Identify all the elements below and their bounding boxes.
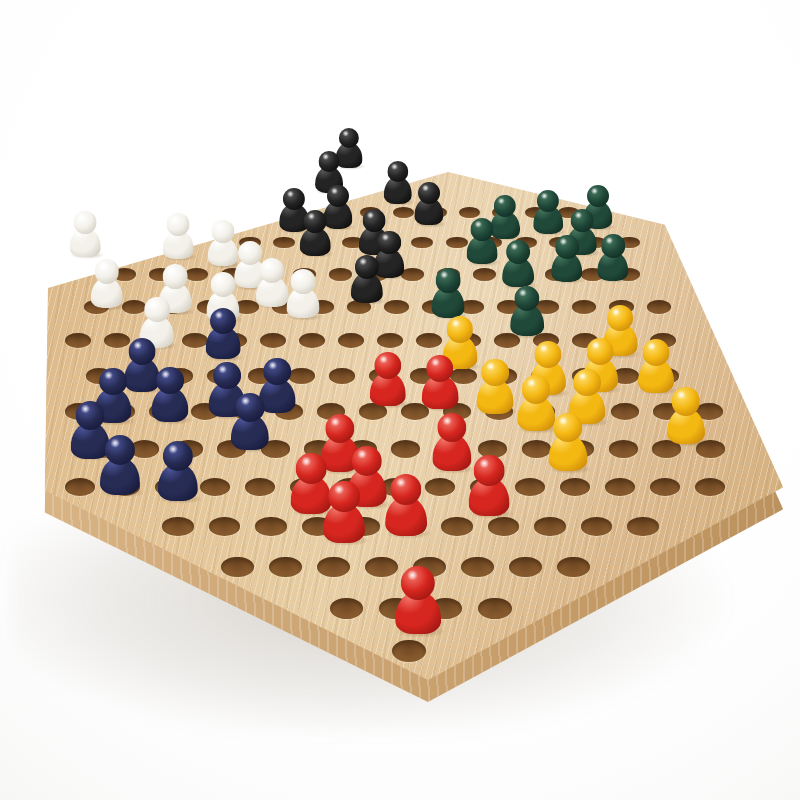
board-hole[interactable] xyxy=(329,268,352,281)
peg-head xyxy=(474,455,505,486)
board-hole[interactable] xyxy=(393,207,414,218)
peg-head xyxy=(291,269,316,294)
peg-head xyxy=(436,268,461,293)
peg-green[interactable] xyxy=(597,234,630,281)
board-hole[interactable] xyxy=(391,440,420,458)
board-hole[interactable] xyxy=(365,557,398,578)
board-hole[interactable] xyxy=(534,517,565,537)
peg-head xyxy=(296,453,327,484)
peg-green[interactable] xyxy=(466,218,498,264)
peg-green[interactable] xyxy=(551,235,584,282)
peg-black[interactable] xyxy=(383,161,413,203)
peg-head xyxy=(74,211,97,234)
board-hole[interactable] xyxy=(572,300,596,314)
peg-head xyxy=(643,339,670,366)
peg-red[interactable] xyxy=(369,352,407,407)
board-hole[interactable] xyxy=(522,440,551,458)
peg-navy[interactable] xyxy=(205,308,241,360)
peg-head xyxy=(587,338,614,365)
peg-navy[interactable] xyxy=(157,441,199,501)
peg-red[interactable] xyxy=(384,474,428,536)
board-hole[interactable] xyxy=(384,300,408,314)
peg-head xyxy=(363,209,386,232)
board-hole[interactable] xyxy=(609,440,638,458)
peg-head xyxy=(601,234,625,258)
peg-white[interactable] xyxy=(255,258,289,307)
peg-red[interactable] xyxy=(394,566,442,634)
board-hole[interactable] xyxy=(611,403,639,420)
peg-red[interactable] xyxy=(468,455,511,516)
peg-head xyxy=(506,240,530,264)
board-hole[interactable] xyxy=(329,368,356,384)
board-hole[interactable] xyxy=(478,598,512,619)
peg-navy[interactable] xyxy=(230,393,270,450)
board-hole[interactable] xyxy=(441,517,472,537)
peg-head xyxy=(672,387,701,416)
peg-green[interactable] xyxy=(533,190,564,234)
peg-navy[interactable] xyxy=(99,435,141,495)
peg-head xyxy=(304,210,327,233)
peg-head xyxy=(167,213,190,236)
peg-yellow[interactable] xyxy=(666,387,706,444)
peg-black[interactable] xyxy=(299,210,331,256)
peg-head xyxy=(210,308,236,334)
board-hole[interactable] xyxy=(317,557,350,578)
peg-head xyxy=(377,231,401,255)
peg-head xyxy=(481,359,509,387)
peg-head xyxy=(571,209,594,232)
board-hole[interactable] xyxy=(269,557,302,578)
peg-head xyxy=(144,297,170,323)
peg-head xyxy=(587,185,609,207)
peg-black[interactable] xyxy=(414,182,445,226)
board-scene xyxy=(0,0,800,800)
peg-head xyxy=(213,362,241,390)
peg-navy[interactable] xyxy=(151,367,190,423)
board-hole[interactable] xyxy=(221,557,254,578)
peg-head xyxy=(534,341,561,368)
peg-head xyxy=(573,369,601,397)
peg-red[interactable] xyxy=(322,481,366,544)
peg-green[interactable] xyxy=(502,240,535,287)
peg-head xyxy=(327,185,349,207)
peg-head xyxy=(105,435,135,465)
peg-head xyxy=(76,401,105,430)
peg-head xyxy=(607,305,633,331)
peg-white[interactable] xyxy=(69,211,101,257)
peg-head xyxy=(211,272,236,297)
board-hole[interactable] xyxy=(509,557,542,578)
peg-green[interactable] xyxy=(509,286,544,336)
board-hole[interactable] xyxy=(459,207,480,218)
peg-black[interactable] xyxy=(350,255,384,303)
peg-white[interactable] xyxy=(286,269,320,318)
peg-head xyxy=(236,393,265,422)
peg-head xyxy=(99,368,127,396)
peg-head xyxy=(318,151,339,172)
peg-head xyxy=(156,367,184,395)
peg-white[interactable] xyxy=(90,259,124,308)
peg-head xyxy=(263,358,291,386)
peg-green[interactable] xyxy=(431,268,465,317)
peg-yellow[interactable] xyxy=(637,339,675,393)
peg-head xyxy=(555,235,579,259)
board-hole[interactable] xyxy=(627,517,658,537)
board-hole[interactable] xyxy=(162,517,193,537)
board-hole[interactable] xyxy=(461,557,494,578)
peg-yellow[interactable] xyxy=(548,413,589,472)
board-hole[interactable] xyxy=(647,300,671,314)
board-hole[interactable] xyxy=(557,557,590,578)
peg-red[interactable] xyxy=(432,413,473,472)
peg-white[interactable] xyxy=(162,213,194,259)
board-hole[interactable] xyxy=(255,517,286,537)
peg-head xyxy=(163,264,188,289)
peg-head xyxy=(418,182,440,204)
peg-red[interactable] xyxy=(421,355,459,410)
peg-head xyxy=(470,218,493,241)
peg-head xyxy=(328,481,360,513)
peg-head xyxy=(129,338,156,365)
board-hole[interactable] xyxy=(473,268,496,281)
peg-yellow[interactable] xyxy=(476,359,514,414)
